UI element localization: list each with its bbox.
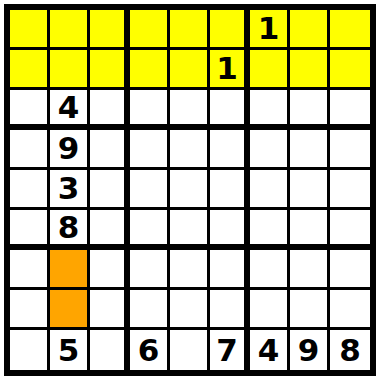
- cell-r7c3[interactable]: [90, 250, 130, 290]
- cell-r1c4[interactable]: [130, 10, 170, 50]
- cell-r1c5[interactable]: [170, 10, 210, 50]
- cell-r3c9[interactable]: [330, 90, 370, 130]
- cell-r9c9[interactable]: 8: [330, 330, 370, 370]
- cell-r3c3[interactable]: [90, 90, 130, 130]
- cell-r1c7[interactable]: 1: [250, 10, 290, 50]
- cell-r6c3[interactable]: [90, 210, 130, 250]
- cell-r2c5[interactable]: [170, 50, 210, 90]
- cell-r7c8[interactable]: [290, 250, 330, 290]
- cell-r7c1[interactable]: [10, 250, 50, 290]
- cell-r2c7[interactable]: [250, 50, 290, 90]
- cell-r9c3[interactable]: [90, 330, 130, 370]
- cell-r5c5[interactable]: [170, 170, 210, 210]
- cell-r5c1[interactable]: [10, 170, 50, 210]
- cell-r6c5[interactable]: [170, 210, 210, 250]
- cell-r5c6[interactable]: [210, 170, 250, 210]
- cell-r8c2[interactable]: [50, 290, 90, 330]
- cell-r3c1[interactable]: [10, 90, 50, 130]
- cell-r9c8[interactable]: 9: [290, 330, 330, 370]
- cell-r9c7[interactable]: 4: [250, 330, 290, 370]
- cell-r4c2[interactable]: 9: [50, 130, 90, 170]
- cell-r7c7[interactable]: [250, 250, 290, 290]
- cell-r4c4[interactable]: [130, 130, 170, 170]
- cell-r8c6[interactable]: [210, 290, 250, 330]
- cell-r8c9[interactable]: [330, 290, 370, 330]
- cell-r9c6[interactable]: 7: [210, 330, 250, 370]
- cell-r6c6[interactable]: [210, 210, 250, 250]
- cell-r8c7[interactable]: [250, 290, 290, 330]
- cell-r9c4[interactable]: 6: [130, 330, 170, 370]
- cell-r6c4[interactable]: [130, 210, 170, 250]
- cell-r5c8[interactable]: [290, 170, 330, 210]
- cell-r3c2[interactable]: 4: [50, 90, 90, 130]
- cell-r6c1[interactable]: [10, 210, 50, 250]
- cell-r1c2[interactable]: [50, 10, 90, 50]
- cell-r9c1[interactable]: [10, 330, 50, 370]
- cell-r5c2[interactable]: 3: [50, 170, 90, 210]
- cell-r5c7[interactable]: [250, 170, 290, 210]
- cell-r6c9[interactable]: [330, 210, 370, 250]
- cell-r2c6[interactable]: 1: [210, 50, 250, 90]
- cell-r2c8[interactable]: [290, 50, 330, 90]
- cell-r4c9[interactable]: [330, 130, 370, 170]
- cell-r3c8[interactable]: [290, 90, 330, 130]
- cell-r3c7[interactable]: [250, 90, 290, 130]
- sudoku-board: 114938567498: [4, 4, 376, 376]
- cell-r8c5[interactable]: [170, 290, 210, 330]
- cell-r8c8[interactable]: [290, 290, 330, 330]
- cell-r2c4[interactable]: [130, 50, 170, 90]
- cell-r2c1[interactable]: [10, 50, 50, 90]
- cell-r8c4[interactable]: [130, 290, 170, 330]
- cell-r4c8[interactable]: [290, 130, 330, 170]
- cell-r1c1[interactable]: [10, 10, 50, 50]
- cell-r9c5[interactable]: [170, 330, 210, 370]
- cell-r3c5[interactable]: [170, 90, 210, 130]
- cell-r4c5[interactable]: [170, 130, 210, 170]
- cell-r6c8[interactable]: [290, 210, 330, 250]
- cell-r7c2[interactable]: [50, 250, 90, 290]
- cell-r2c2[interactable]: [50, 50, 90, 90]
- cell-r4c3[interactable]: [90, 130, 130, 170]
- cell-r7c4[interactable]: [130, 250, 170, 290]
- cell-r7c5[interactable]: [170, 250, 210, 290]
- cell-r2c3[interactable]: [90, 50, 130, 90]
- cell-r5c4[interactable]: [130, 170, 170, 210]
- cell-r1c6[interactable]: [210, 10, 250, 50]
- cell-r1c3[interactable]: [90, 10, 130, 50]
- cell-r1c8[interactable]: [290, 10, 330, 50]
- cell-r3c6[interactable]: [210, 90, 250, 130]
- cell-r4c1[interactable]: [10, 130, 50, 170]
- cell-r1c9[interactable]: [330, 10, 370, 50]
- cell-r3c4[interactable]: [130, 90, 170, 130]
- cell-r7c6[interactable]: [210, 250, 250, 290]
- cell-r6c2[interactable]: 8: [50, 210, 90, 250]
- cell-r4c6[interactable]: [210, 130, 250, 170]
- cell-r7c9[interactable]: [330, 250, 370, 290]
- cell-r5c3[interactable]: [90, 170, 130, 210]
- cell-r6c7[interactable]: [250, 210, 290, 250]
- cell-r9c2[interactable]: 5: [50, 330, 90, 370]
- cell-r4c7[interactable]: [250, 130, 290, 170]
- cell-r8c3[interactable]: [90, 290, 130, 330]
- cell-r5c9[interactable]: [330, 170, 370, 210]
- cell-r8c1[interactable]: [10, 290, 50, 330]
- cell-r2c9[interactable]: [330, 50, 370, 90]
